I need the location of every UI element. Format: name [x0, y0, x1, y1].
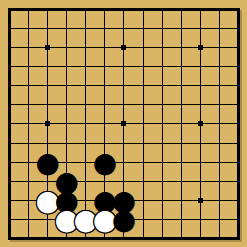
grid-line-vertical: [162, 10, 163, 239]
star-point: [45, 121, 50, 126]
grid-line-vertical: [219, 10, 220, 239]
star-point: [198, 198, 203, 203]
star-point: [45, 45, 50, 50]
grid-line-horizontal: [10, 181, 239, 182]
black-stone-glyph: ●: [112, 206, 136, 234]
star-point: [198, 121, 203, 126]
black-stone: ●: [93, 150, 117, 174]
black-stone-glyph: ●: [93, 149, 117, 177]
grid-line-horizontal: [10, 143, 239, 144]
go-board-diagram: ●●●●●●●●●●●: [0, 0, 247, 247]
star-point: [198, 45, 203, 50]
grid-line-vertical: [143, 10, 144, 239]
black-stone: ●: [112, 207, 136, 231]
grid-line-vertical: [181, 10, 182, 239]
star-point: [121, 121, 126, 126]
star-point: [121, 45, 126, 50]
